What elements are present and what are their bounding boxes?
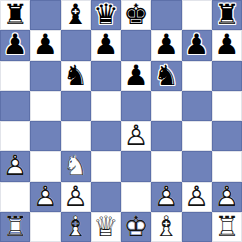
piece-glyph: ♟ (184, 30, 209, 60)
square-h2[interactable]: ♟♙ (212, 182, 242, 212)
piece-glyph: ♛ (93, 0, 118, 30)
square-c1[interactable]: ♝♗ (61, 212, 91, 242)
piece-glyph: ♝ (63, 0, 88, 30)
square-a1[interactable]: ♜♖ (0, 212, 30, 242)
square-f5[interactable] (151, 91, 181, 121)
square-e3[interactable] (121, 151, 151, 181)
square-h4[interactable] (212, 121, 242, 151)
square-c6[interactable]: ♞ (61, 61, 91, 91)
piece-glyph: ♞ (63, 61, 88, 91)
square-d1[interactable]: ♛♕ (91, 212, 121, 242)
square-c2[interactable]: ♟♙ (61, 182, 91, 212)
black-pawn[interactable]: ♟ (121, 61, 151, 91)
white-king[interactable]: ♚♔ (121, 212, 151, 242)
piece-glyph: ♟ (154, 30, 179, 60)
square-h3[interactable] (212, 151, 242, 181)
square-a6[interactable] (0, 61, 30, 91)
square-c8[interactable]: ♝ (61, 0, 91, 30)
square-d3[interactable] (91, 151, 121, 181)
square-a4[interactable] (0, 121, 30, 151)
black-knight[interactable]: ♞ (151, 61, 181, 91)
piece-glyph: ♞ (154, 61, 179, 91)
piece-outline: ♙ (214, 182, 239, 212)
piece-glyph: ♚ (124, 0, 149, 30)
square-a2[interactable] (0, 182, 30, 212)
piece-outline: ♗ (63, 212, 88, 242)
black-knight[interactable]: ♞ (61, 61, 91, 91)
piece-glyph: ♟ (93, 30, 118, 60)
square-e7[interactable] (121, 30, 151, 60)
square-g1[interactable] (182, 212, 212, 242)
square-b4[interactable] (30, 121, 60, 151)
chess-board: ♜♝♛♚♜♟♟♟♟♟♟♞♟♞♟♙♟♙♞♘♟♙♟♙♟♙♟♙♟♙♜♖♝♗♛♕♚♔♝♗… (0, 0, 242, 242)
piece-glyph: ♟ (214, 30, 239, 60)
square-g8[interactable] (182, 0, 212, 30)
square-f2[interactable]: ♟♙ (151, 182, 181, 212)
piece-outline: ♔ (124, 212, 149, 242)
white-pawn[interactable]: ♟♙ (182, 182, 212, 212)
square-g4[interactable] (182, 121, 212, 151)
piece-outline: ♘ (63, 151, 88, 181)
piece-outline: ♖ (214, 212, 239, 242)
white-bishop[interactable]: ♝♗ (151, 212, 181, 242)
square-d6[interactable] (91, 61, 121, 91)
piece-outline: ♙ (154, 182, 179, 212)
square-f4[interactable] (151, 121, 181, 151)
square-b8[interactable] (30, 0, 60, 30)
square-f8[interactable] (151, 0, 181, 30)
black-bishop[interactable]: ♝ (61, 0, 91, 30)
square-a5[interactable] (0, 91, 30, 121)
square-b5[interactable] (30, 91, 60, 121)
square-c5[interactable] (61, 91, 91, 121)
white-pawn[interactable]: ♟♙ (212, 182, 242, 212)
white-bishop[interactable]: ♝♗ (61, 212, 91, 242)
square-e5[interactable] (121, 91, 151, 121)
piece-glyph: ♟ (124, 61, 149, 91)
square-g7[interactable]: ♟ (182, 30, 212, 60)
square-d2[interactable] (91, 182, 121, 212)
black-pawn[interactable]: ♟ (0, 30, 30, 60)
black-pawn[interactable]: ♟ (91, 30, 121, 60)
square-g5[interactable] (182, 91, 212, 121)
piece-glyph: ♜ (214, 0, 239, 30)
piece-outline: ♙ (63, 182, 88, 212)
piece-glyph: ♟ (33, 30, 58, 60)
square-d4[interactable] (91, 121, 121, 151)
white-rook[interactable]: ♜♖ (212, 212, 242, 242)
square-f6[interactable]: ♞ (151, 61, 181, 91)
square-g6[interactable] (182, 61, 212, 91)
square-a3[interactable]: ♟♙ (0, 151, 30, 181)
square-b2[interactable]: ♟♙ (30, 182, 60, 212)
square-d7[interactable]: ♟ (91, 30, 121, 60)
piece-glyph: ♜ (3, 0, 28, 30)
square-g3[interactable] (182, 151, 212, 181)
piece-outline: ♗ (154, 212, 179, 242)
square-d5[interactable] (91, 91, 121, 121)
black-king[interactable]: ♚ (121, 0, 151, 30)
square-a7[interactable]: ♟ (0, 30, 30, 60)
square-b3[interactable] (30, 151, 60, 181)
square-b6[interactable] (30, 61, 60, 91)
piece-outline: ♙ (184, 182, 209, 212)
piece-outline: ♙ (3, 151, 28, 181)
square-c7[interactable] (61, 30, 91, 60)
square-f7[interactable]: ♟ (151, 30, 181, 60)
square-c3[interactable]: ♞♘ (61, 151, 91, 181)
piece-outline: ♖ (3, 212, 28, 242)
square-g2[interactable]: ♟♙ (182, 182, 212, 212)
piece-outline: ♙ (33, 182, 58, 212)
black-pawn[interactable]: ♟ (182, 30, 212, 60)
square-h5[interactable] (212, 91, 242, 121)
black-rook[interactable]: ♜ (0, 0, 30, 30)
square-e2[interactable] (121, 182, 151, 212)
black-pawn[interactable]: ♟ (151, 30, 181, 60)
white-pawn[interactable]: ♟♙ (121, 121, 151, 151)
black-pawn[interactable]: ♟ (212, 30, 242, 60)
white-knight[interactable]: ♞♘ (61, 151, 91, 181)
black-rook[interactable]: ♜ (212, 0, 242, 30)
square-f1[interactable]: ♝♗ (151, 212, 181, 242)
square-h8[interactable]: ♜ (212, 0, 242, 30)
square-a8[interactable]: ♜ (0, 0, 30, 30)
square-h1[interactable]: ♜♖ (212, 212, 242, 242)
square-e1[interactable]: ♚♔ (121, 212, 151, 242)
square-c4[interactable] (61, 121, 91, 151)
white-pawn[interactable]: ♟♙ (61, 182, 91, 212)
square-b7[interactable]: ♟ (30, 30, 60, 60)
square-h7[interactable]: ♟ (212, 30, 242, 60)
square-e4[interactable]: ♟♙ (121, 121, 151, 151)
white-queen[interactable]: ♛♕ (91, 212, 121, 242)
black-queen[interactable]: ♛ (91, 0, 121, 30)
white-rook[interactable]: ♜♖ (0, 212, 30, 242)
white-pawn[interactable]: ♟♙ (151, 182, 181, 212)
square-d8[interactable]: ♛ (91, 0, 121, 30)
white-pawn[interactable]: ♟♙ (0, 151, 30, 181)
square-b1[interactable] (30, 212, 60, 242)
black-pawn[interactable]: ♟ (30, 30, 60, 60)
square-e6[interactable]: ♟ (121, 61, 151, 91)
square-e8[interactable]: ♚ (121, 0, 151, 30)
piece-glyph: ♟ (3, 30, 28, 60)
square-f3[interactable] (151, 151, 181, 181)
piece-outline: ♕ (93, 212, 118, 242)
square-h6[interactable] (212, 61, 242, 91)
white-pawn[interactable]: ♟♙ (30, 182, 60, 212)
piece-outline: ♙ (124, 121, 149, 151)
